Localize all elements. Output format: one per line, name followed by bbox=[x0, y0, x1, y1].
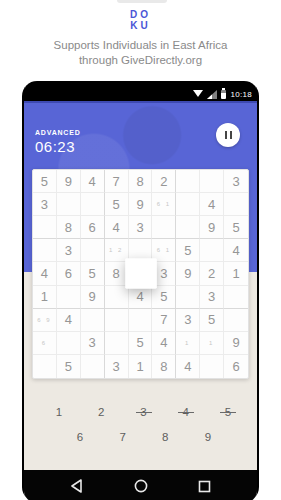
phone-mockup: 10:18 ADVANCED 06:23 59478233596 1486439… bbox=[22, 81, 259, 500]
cell-value: 7 bbox=[160, 312, 167, 327]
wifi-icon bbox=[193, 90, 203, 98]
pause-icon bbox=[225, 131, 232, 139]
sudoku-cell-r9c5[interactable]: 1 bbox=[129, 355, 153, 378]
cell-value: 4 bbox=[160, 335, 167, 350]
sudoku-cell-r2c7[interactable] bbox=[176, 193, 200, 216]
cell-value: 1 bbox=[136, 359, 143, 374]
sudoku-cell-r8c3[interactable]: 3 bbox=[81, 332, 105, 355]
cell-value: 4 bbox=[89, 174, 96, 189]
sudoku-cell-r8c4[interactable] bbox=[105, 332, 129, 355]
sudoku-cell-r6c5[interactable]: 4 bbox=[129, 286, 153, 309]
cell-value: 5 bbox=[160, 289, 167, 304]
cell-value: 9 bbox=[89, 289, 96, 304]
signal-icon bbox=[207, 90, 217, 99]
sudoku-cell-r7c1[interactable]: 6 9 bbox=[33, 309, 57, 332]
sudoku-cell-r1c2[interactable]: 9 bbox=[57, 170, 81, 193]
numpad-button-8[interactable]: 8 bbox=[156, 427, 174, 447]
timer-value: 06:23 bbox=[35, 138, 81, 155]
sudoku-cell-r1c8[interactable] bbox=[200, 170, 224, 193]
cell-value: 5 bbox=[89, 266, 96, 281]
sudoku-cell-r4c9[interactable]: 4 bbox=[224, 239, 248, 262]
cell-value: 5 bbox=[232, 220, 239, 235]
cell-value: 3 bbox=[65, 243, 72, 258]
cell-value: 3 bbox=[89, 335, 96, 350]
cell-value: 5 bbox=[41, 174, 48, 189]
cell-value: 4 bbox=[112, 220, 119, 235]
sudoku-cell-r6c4[interactable] bbox=[105, 286, 129, 309]
sudoku-cell-r3c5[interactable]: 3 bbox=[129, 216, 153, 239]
cell-value: 3 bbox=[208, 289, 215, 304]
phone-screen: 10:18 ADVANCED 06:23 59478233596 1486439… bbox=[24, 87, 257, 500]
cell-value: 1 bbox=[41, 289, 48, 304]
cell-value: 5 bbox=[136, 335, 143, 350]
back-button[interactable] bbox=[69, 479, 84, 494]
cell-value: 9 bbox=[184, 266, 191, 281]
cell-value: 4 bbox=[184, 359, 191, 374]
sudoku-cell-r8c8[interactable]: 1 bbox=[200, 332, 224, 355]
sudoku-cell-r6c7[interactable] bbox=[176, 286, 200, 309]
header-shade-strip bbox=[24, 101, 257, 103]
tagline-line1: Supports Individuals in East Africa bbox=[0, 38, 281, 53]
cell-value: 3 bbox=[136, 220, 143, 235]
cell-notes: 6 9 bbox=[37, 317, 51, 323]
sudoku-cell-r6c2[interactable] bbox=[57, 286, 81, 309]
sudoku-cell-r5c9[interactable]: 1 bbox=[224, 262, 248, 285]
cell-value: 4 bbox=[136, 289, 143, 304]
cell-notes: 1 2 bbox=[109, 247, 123, 253]
cell-value: 3 bbox=[184, 312, 191, 327]
status-time: 10:18 bbox=[230, 90, 252, 99]
sudoku-cell-r1c1[interactable]: 5 bbox=[33, 170, 57, 193]
sudoku-cell-r5c8[interactable]: 2 bbox=[200, 262, 224, 285]
recents-icon bbox=[198, 480, 211, 493]
sudoku-cell-r6c8[interactable]: 3 bbox=[200, 286, 224, 309]
cell-value: 9 bbox=[136, 197, 143, 212]
sudoku-cell-r9c4[interactable]: 3 bbox=[105, 355, 129, 378]
cell-notes: 6 bbox=[42, 340, 47, 346]
sudoku-cell-r5c3[interactable]: 5 bbox=[81, 262, 105, 285]
android-nav-bar bbox=[24, 470, 257, 500]
numpad-button-3[interactable]: 3 bbox=[135, 402, 153, 422]
sudoku-cell-r7c9[interactable] bbox=[224, 309, 248, 332]
hud: ADVANCED 06:23 bbox=[35, 129, 81, 155]
cell-value: 5 bbox=[65, 359, 72, 374]
cell-value: 9 bbox=[208, 220, 215, 235]
sudoku-cell-r9c7[interactable]: 4 bbox=[176, 355, 200, 378]
home-icon bbox=[134, 479, 148, 493]
numpad-button-7[interactable]: 7 bbox=[114, 427, 132, 447]
cell-value: 4 bbox=[208, 197, 215, 212]
sudoku-cell-r9c9[interactable]: 6 bbox=[224, 355, 248, 378]
numpad-button-9[interactable]: 9 bbox=[199, 427, 217, 447]
cell-notes: 6 1 bbox=[157, 247, 171, 253]
numpad-button-5[interactable]: 5 bbox=[219, 402, 237, 422]
sudoku-cell-r3c8[interactable]: 9 bbox=[200, 216, 224, 239]
numpad-button-1[interactable]: 1 bbox=[50, 402, 68, 422]
status-bar: 10:18 bbox=[24, 87, 257, 101]
cell-value: 3 bbox=[112, 359, 119, 374]
sudoku-cell-r6c1[interactable]: 1 bbox=[33, 286, 57, 309]
battery-icon bbox=[221, 90, 226, 99]
cell-value: 2 bbox=[208, 266, 215, 281]
sudoku-cell-r1c5[interactable]: 8 bbox=[129, 170, 153, 193]
sudoku-cell-r9c6[interactable]: 8 bbox=[152, 355, 176, 378]
cell-notes: 1 bbox=[185, 340, 190, 346]
sudoku-cell-r4c7[interactable]: 5 bbox=[176, 239, 200, 262]
cell-notes: 1 bbox=[209, 340, 214, 346]
sudoku-cell-r2c3[interactable] bbox=[81, 193, 105, 216]
sudoku-cell-r3c7[interactable] bbox=[176, 216, 200, 239]
sudoku-cell-r2c1[interactable]: 3 bbox=[33, 193, 57, 216]
tagline: Supports Individuals in East Africa thro… bbox=[0, 38, 281, 68]
logo-line2: KU bbox=[0, 20, 281, 31]
sudoku-cell-r8c6[interactable]: 4 bbox=[152, 332, 176, 355]
pause-button[interactable] bbox=[216, 123, 240, 147]
sudoku-cell-r3c4[interactable]: 4 bbox=[105, 216, 129, 239]
sudoku-cell-r2c8[interactable]: 4 bbox=[200, 193, 224, 216]
sudoku-cell-r1c7[interactable] bbox=[176, 170, 200, 193]
numpad-button-6[interactable]: 6 bbox=[71, 427, 89, 447]
cell-value: 3 bbox=[232, 174, 239, 189]
cell-value: 4 bbox=[65, 312, 72, 327]
sudoku-cell-r8c9[interactable]: 9 bbox=[224, 332, 248, 355]
sudoku-cell-r8c7[interactable]: 1 bbox=[176, 332, 200, 355]
cell-value: 2 bbox=[160, 174, 167, 189]
sudoku-cell-r1c4[interactable]: 7 bbox=[105, 170, 129, 193]
cell-value: 4 bbox=[232, 243, 239, 258]
sudoku-cell-r7c2[interactable]: 4 bbox=[57, 309, 81, 332]
sudoku-cell-r9c1[interactable] bbox=[33, 355, 57, 378]
back-icon bbox=[70, 479, 83, 493]
recents-button[interactable] bbox=[197, 479, 212, 494]
cell-value: 5 bbox=[184, 243, 191, 258]
tagline-line2: through GiveDirectly.org bbox=[0, 53, 281, 68]
sudoku-cell-r9c8[interactable] bbox=[200, 355, 224, 378]
cell-value: 1 bbox=[232, 266, 239, 281]
sudoku-cell-r7c8[interactable]: 5 bbox=[200, 309, 224, 332]
sudoku-cell-r3c9[interactable]: 5 bbox=[224, 216, 248, 239]
sudoku-cell-r1c9[interactable]: 3 bbox=[224, 170, 248, 193]
numpad-button-2[interactable]: 2 bbox=[92, 402, 110, 422]
logo-line1: DO bbox=[0, 9, 281, 20]
sudoku-cell-r2c6[interactable]: 6 1 bbox=[152, 193, 176, 216]
sudoku-cell-r6c9[interactable] bbox=[224, 286, 248, 309]
cell-value: 3 bbox=[41, 197, 48, 212]
cell-value: 6 bbox=[65, 266, 72, 281]
difficulty-label: ADVANCED bbox=[35, 129, 81, 136]
cell-value: 5 bbox=[112, 197, 119, 212]
sudoku-cell-r4c8[interactable] bbox=[200, 239, 224, 262]
home-button[interactable] bbox=[133, 479, 148, 494]
sudoku-cell-r4c1[interactable] bbox=[33, 239, 57, 262]
number-pad: 12345 6789 bbox=[24, 400, 257, 449]
sudoku-cell-r9c3[interactable] bbox=[81, 355, 105, 378]
sudoku-cell-r7c7[interactable]: 3 bbox=[176, 309, 200, 332]
number-pad-row1: 12345 bbox=[24, 400, 257, 424]
cell-value: 7 bbox=[112, 174, 119, 189]
sudoku-cell-r8c1[interactable]: 6 bbox=[33, 332, 57, 355]
cell-value: 8 bbox=[160, 359, 167, 374]
sudoku-cell-r3c6[interactable] bbox=[152, 216, 176, 239]
previous-slide-edge bbox=[117, 0, 167, 3]
cell-value: 8 bbox=[136, 174, 143, 189]
sudoku-cell-r8c5[interactable]: 5 bbox=[129, 332, 153, 355]
cell-value: 5 bbox=[208, 312, 215, 327]
cell-value: 8 bbox=[65, 220, 72, 235]
cell-value: 9 bbox=[232, 335, 239, 350]
cell-value: 6 bbox=[232, 359, 239, 374]
sudoku-cell-r5c1[interactable]: 4 bbox=[33, 262, 57, 285]
sudoku-cell-r5c5[interactable] bbox=[125, 259, 157, 290]
number-pad-row2: 6789 bbox=[24, 425, 257, 449]
sudoku-cell-r3c2[interactable]: 8 bbox=[57, 216, 81, 239]
sudoku-cell-r6c6[interactable]: 5 bbox=[152, 286, 176, 309]
sudoku-cell-r1c6[interactable]: 2 bbox=[152, 170, 176, 193]
sudoku-cell-r3c1[interactable] bbox=[33, 216, 57, 239]
cell-value: 8 bbox=[112, 266, 119, 281]
cell-notes: 6 1 bbox=[157, 201, 171, 207]
sudoku-cell-r9c2[interactable]: 5 bbox=[57, 355, 81, 378]
sudoku-cell-r6c3[interactable]: 9 bbox=[81, 286, 105, 309]
sudoku-cell-r5c7[interactable]: 9 bbox=[176, 262, 200, 285]
sudoku-cell-r4c3[interactable] bbox=[81, 239, 105, 262]
numpad-button-4[interactable]: 4 bbox=[177, 402, 195, 422]
sudoku-grid: 59478233596 1486439531 26 15446583921194… bbox=[32, 169, 249, 379]
sudoku-cell-r3c3[interactable]: 6 bbox=[81, 216, 105, 239]
sudoku-cell-r7c6[interactable]: 7 bbox=[152, 309, 176, 332]
sudoku-cell-r7c4[interactable] bbox=[105, 309, 129, 332]
sudoku-cell-r7c3[interactable] bbox=[81, 309, 105, 332]
cell-value: 9 bbox=[65, 174, 72, 189]
sudoku-cell-r1c3[interactable]: 4 bbox=[81, 170, 105, 193]
sudoku-cell-r2c5[interactable]: 9 bbox=[129, 193, 153, 216]
sudoku-cell-r2c2[interactable] bbox=[57, 193, 81, 216]
sudoku-cell-r5c2[interactable]: 6 bbox=[57, 262, 81, 285]
sudoku-cell-r8c2[interactable] bbox=[57, 332, 81, 355]
sudoku-cell-r7c5[interactable] bbox=[129, 309, 153, 332]
cell-value: 6 bbox=[89, 220, 96, 235]
sudoku-cell-r4c2[interactable]: 3 bbox=[57, 239, 81, 262]
sudoku-cell-r2c9[interactable] bbox=[224, 193, 248, 216]
app-logo: DO KU bbox=[0, 9, 281, 31]
sudoku-cell-r2c4[interactable]: 5 bbox=[105, 193, 129, 216]
cell-value: 4 bbox=[41, 266, 48, 281]
cell-value: 3 bbox=[160, 266, 167, 281]
